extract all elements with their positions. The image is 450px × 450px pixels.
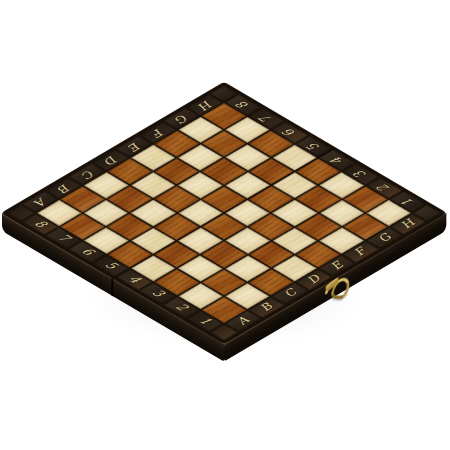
file-label-front: D <box>304 274 323 285</box>
file-label-front: H <box>398 218 418 230</box>
rank-label-front: 7 <box>55 233 72 243</box>
file-label-back: F <box>149 127 167 138</box>
file-label-back: C <box>78 169 97 180</box>
file-label-back: G <box>172 113 191 124</box>
rank-label-front: 6 <box>78 247 95 257</box>
file-label-back: D <box>101 155 120 166</box>
file-label-front: F <box>352 247 370 258</box>
file-label-front: C <box>281 288 300 299</box>
fold-seam-notch <box>111 277 113 296</box>
rank-label-back: 6 <box>282 127 299 137</box>
product-photo-scene: 87654321HHGGFFEEDDCCBBAA87654321 <box>0 0 450 450</box>
rank-label-back: 2 <box>376 183 393 193</box>
rank-label-back: 1 <box>399 197 416 207</box>
file-label-front: B <box>257 302 275 313</box>
file-label-back: B <box>54 182 72 193</box>
rank-label-back: 7 <box>258 114 275 124</box>
file-label-back: A <box>31 196 49 207</box>
rank-label-back: 4 <box>329 155 346 165</box>
rank-label-front: 1 <box>196 316 213 326</box>
file-label-front: G <box>375 232 394 243</box>
clasp-pin <box>325 289 328 295</box>
file-label-back: E <box>125 141 143 152</box>
rank-label-front: 2 <box>173 302 190 312</box>
file-label-front: E <box>328 260 346 271</box>
rank-label-front: 4 <box>126 275 143 285</box>
rank-label-front: 5 <box>102 261 119 271</box>
rank-label-back: 5 <box>305 141 322 151</box>
file-label-front: A <box>234 316 252 327</box>
rank-label-back: 3 <box>352 169 369 179</box>
rank-label-front: 8 <box>31 219 48 229</box>
rank-label-back: 8 <box>234 100 251 110</box>
rank-label-front: 3 <box>149 288 166 298</box>
